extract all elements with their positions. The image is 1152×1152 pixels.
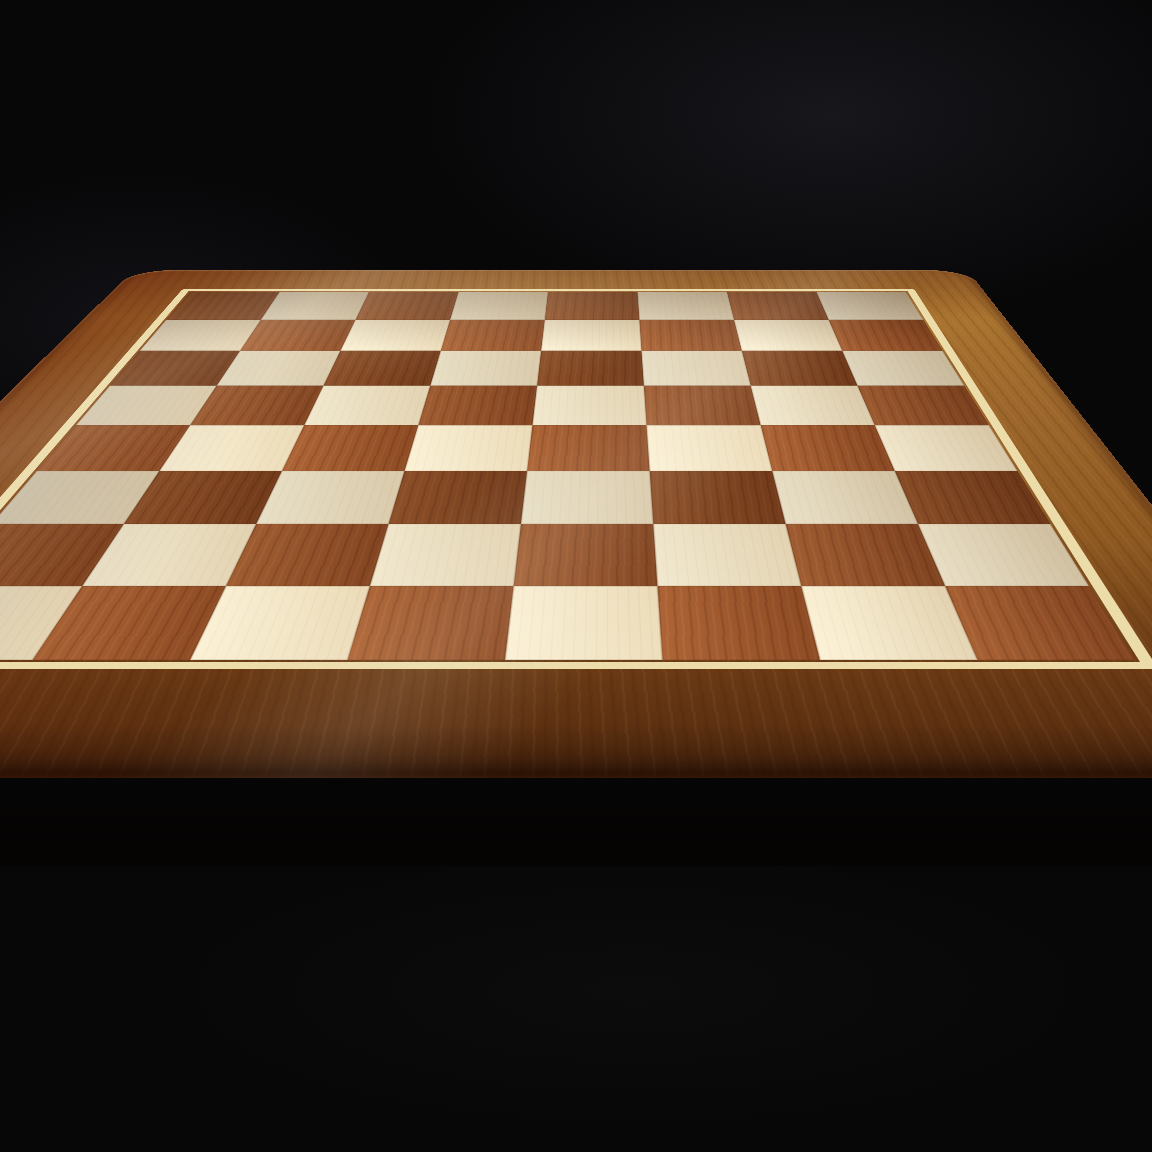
board-square[interactable] <box>441 320 545 351</box>
board-square[interactable] <box>430 351 541 386</box>
board-square[interactable] <box>751 386 875 426</box>
board-square[interactable] <box>727 292 829 320</box>
board-square[interactable] <box>657 586 820 660</box>
board-square[interactable] <box>641 351 750 386</box>
board-square[interactable] <box>842 351 964 386</box>
board-square[interactable] <box>541 320 641 351</box>
board-square[interactable] <box>829 320 943 351</box>
board-square[interactable] <box>450 292 548 320</box>
board-square[interactable] <box>638 292 734 320</box>
board-square[interactable] <box>418 386 537 426</box>
board-square[interactable] <box>323 351 440 386</box>
board-square[interactable] <box>734 320 842 351</box>
board-square[interactable] <box>226 524 389 586</box>
board-square[interactable] <box>347 586 513 660</box>
board-square[interactable] <box>653 524 801 586</box>
board-square[interactable] <box>647 425 773 471</box>
board-square[interactable] <box>389 471 528 524</box>
board-square[interactable] <box>817 292 924 320</box>
board-square[interactable] <box>304 386 430 426</box>
board-square[interactable] <box>527 425 650 471</box>
board-square[interactable] <box>505 586 662 660</box>
board-square[interactable] <box>537 351 644 386</box>
photo-background <box>0 0 1152 1152</box>
chessboard <box>0 292 1135 660</box>
board-square[interactable] <box>639 320 741 351</box>
board-square[interactable] <box>356 292 459 320</box>
board-square[interactable] <box>650 471 786 524</box>
board-square[interactable] <box>545 292 640 320</box>
board-square[interactable] <box>340 320 450 351</box>
board-square[interactable] <box>521 471 653 524</box>
board-square[interactable] <box>742 351 858 386</box>
board-square[interactable] <box>261 292 369 320</box>
board-square[interactable] <box>256 471 404 524</box>
board-square[interactable] <box>240 320 355 351</box>
board-square[interactable] <box>514 524 658 586</box>
board-square[interactable] <box>217 351 341 386</box>
board-square[interactable] <box>772 471 918 524</box>
board-square[interactable] <box>370 524 521 586</box>
board-square[interactable] <box>532 386 646 426</box>
board-square[interactable] <box>282 425 418 471</box>
board-square[interactable] <box>405 425 533 471</box>
board-square[interactable] <box>761 425 895 471</box>
board-square[interactable] <box>644 386 761 426</box>
